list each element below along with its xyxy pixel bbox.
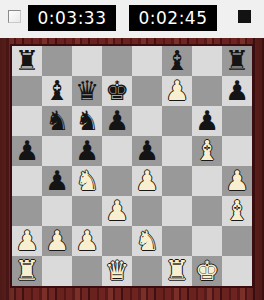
black-bishop[interactable]: ♝ — [45, 76, 69, 106]
white-pawn[interactable]: ♟ — [105, 196, 129, 226]
square-b6[interactable]: ♞ — [42, 106, 72, 136]
black-rook[interactable]: ♜ — [15, 46, 39, 76]
chess-board[interactable]: ♜♝♜♝♛♚♟♟♞♞♟♟♟♟♟♝♟♞♟♟♟♝♟♟♟♞♜♛♜♚ — [12, 46, 252, 286]
square-h6[interactable] — [222, 106, 252, 136]
square-c7[interactable]: ♛ — [72, 76, 102, 106]
clock-pause-checkbox[interactable] — [8, 10, 21, 23]
square-e8[interactable] — [132, 46, 162, 76]
square-f1[interactable]: ♜ — [162, 256, 192, 286]
square-d6[interactable]: ♟ — [102, 106, 132, 136]
square-e1[interactable] — [132, 256, 162, 286]
square-e6[interactable] — [132, 106, 162, 136]
square-g7[interactable] — [192, 76, 222, 106]
white-pawn[interactable]: ♟ — [15, 226, 39, 256]
white-pawn[interactable]: ♟ — [45, 226, 69, 256]
black-king[interactable]: ♚ — [105, 76, 129, 106]
square-h5[interactable] — [222, 136, 252, 166]
square-e4[interactable]: ♟ — [132, 166, 162, 196]
black-pawn[interactable]: ♟ — [225, 76, 249, 106]
square-d4[interactable] — [102, 166, 132, 196]
square-d7[interactable]: ♚ — [102, 76, 132, 106]
square-d8[interactable] — [102, 46, 132, 76]
square-e5[interactable]: ♟ — [132, 136, 162, 166]
square-f6[interactable] — [162, 106, 192, 136]
square-f4[interactable] — [162, 166, 192, 196]
square-f2[interactable] — [162, 226, 192, 256]
white-king[interactable]: ♚ — [195, 256, 219, 286]
square-c5[interactable]: ♟ — [72, 136, 102, 166]
black-pawn[interactable]: ♟ — [105, 106, 129, 136]
square-d2[interactable] — [102, 226, 132, 256]
square-c1[interactable] — [72, 256, 102, 286]
white-pawn[interactable]: ♟ — [165, 76, 189, 106]
square-a2[interactable]: ♟ — [12, 226, 42, 256]
clock-bar: 0:03:33 0:02:45 — [0, 0, 264, 38]
square-f7[interactable]: ♟ — [162, 76, 192, 106]
white-bishop[interactable]: ♝ — [225, 196, 249, 226]
square-b7[interactable]: ♝ — [42, 76, 72, 106]
square-h4[interactable]: ♟ — [222, 166, 252, 196]
square-c3[interactable] — [72, 196, 102, 226]
square-b8[interactable] — [42, 46, 72, 76]
square-h7[interactable]: ♟ — [222, 76, 252, 106]
square-h1[interactable] — [222, 256, 252, 286]
square-h3[interactable]: ♝ — [222, 196, 252, 226]
square-g1[interactable]: ♚ — [192, 256, 222, 286]
square-a4[interactable] — [12, 166, 42, 196]
white-rook[interactable]: ♜ — [15, 256, 39, 286]
white-knight[interactable]: ♞ — [135, 226, 159, 256]
square-a1[interactable]: ♜ — [12, 256, 42, 286]
square-g3[interactable] — [192, 196, 222, 226]
black-pawn[interactable]: ♟ — [135, 136, 159, 166]
black-pawn[interactable]: ♟ — [45, 166, 69, 196]
black-queen[interactable]: ♛ — [75, 76, 99, 106]
white-pawn[interactable]: ♟ — [75, 226, 99, 256]
square-b5[interactable] — [42, 136, 72, 166]
black-pawn[interactable]: ♟ — [195, 106, 219, 136]
square-b2[interactable]: ♟ — [42, 226, 72, 256]
black-pawn[interactable]: ♟ — [15, 136, 39, 166]
board-frame: ♜♝♜♝♛♚♟♟♞♞♟♟♟♟♟♝♟♞♟♟♟♝♟♟♟♞♜♛♜♚ — [0, 38, 264, 300]
square-h8[interactable]: ♜ — [222, 46, 252, 76]
white-bishop[interactable]: ♝ — [195, 136, 219, 166]
square-a7[interactable] — [12, 76, 42, 106]
square-c2[interactable]: ♟ — [72, 226, 102, 256]
black-knight[interactable]: ♞ — [45, 106, 69, 136]
square-d5[interactable] — [102, 136, 132, 166]
square-g2[interactable] — [192, 226, 222, 256]
square-a5[interactable]: ♟ — [12, 136, 42, 166]
square-a6[interactable] — [12, 106, 42, 136]
black-rook[interactable]: ♜ — [225, 46, 249, 76]
square-e7[interactable] — [132, 76, 162, 106]
square-b3[interactable] — [42, 196, 72, 226]
square-h2[interactable] — [222, 226, 252, 256]
square-g8[interactable] — [192, 46, 222, 76]
square-b4[interactable]: ♟ — [42, 166, 72, 196]
square-g5[interactable]: ♝ — [192, 136, 222, 166]
square-b1[interactable] — [42, 256, 72, 286]
square-f8[interactable]: ♝ — [162, 46, 192, 76]
square-g4[interactable] — [192, 166, 222, 196]
square-e2[interactable]: ♞ — [132, 226, 162, 256]
black-bishop[interactable]: ♝ — [165, 46, 189, 76]
square-c4[interactable]: ♞ — [72, 166, 102, 196]
white-rook[interactable]: ♜ — [165, 256, 189, 286]
black-pawn[interactable]: ♟ — [75, 136, 99, 166]
square-g6[interactable]: ♟ — [192, 106, 222, 136]
square-c8[interactable] — [72, 46, 102, 76]
square-a8[interactable]: ♜ — [12, 46, 42, 76]
square-f5[interactable] — [162, 136, 192, 166]
white-queen[interactable]: ♛ — [105, 256, 129, 286]
square-d1[interactable]: ♛ — [102, 256, 132, 286]
square-d3[interactable]: ♟ — [102, 196, 132, 226]
square-c6[interactable]: ♞ — [72, 106, 102, 136]
black-turn-indicator[interactable] — [238, 10, 251, 23]
black-clock: 0:02:45 — [129, 5, 217, 31]
square-e3[interactable] — [132, 196, 162, 226]
square-f3[interactable] — [162, 196, 192, 226]
black-knight[interactable]: ♞ — [75, 106, 99, 136]
white-clock: 0:03:33 — [28, 5, 116, 31]
square-a3[interactable] — [12, 196, 42, 226]
white-pawn[interactable]: ♟ — [225, 166, 249, 196]
white-pawn[interactable]: ♟ — [135, 166, 159, 196]
white-knight[interactable]: ♞ — [75, 166, 99, 196]
